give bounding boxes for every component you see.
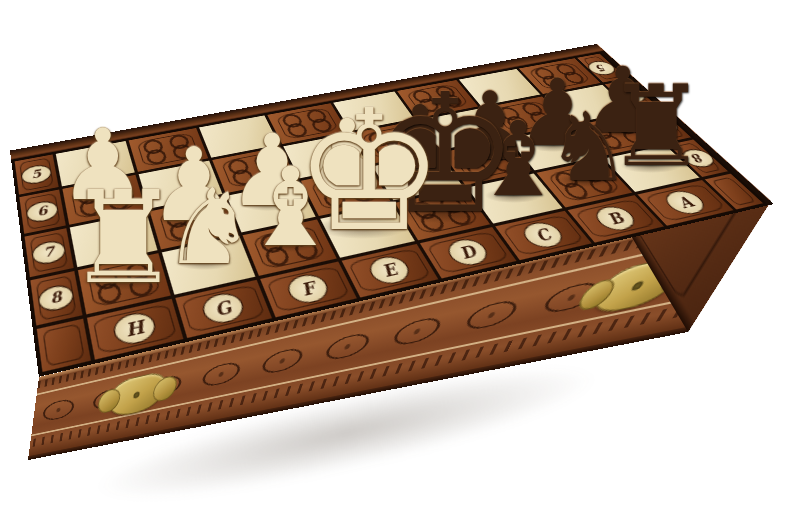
- coordinate-label: 5: [20, 163, 53, 186]
- coordinate-label: 6: [25, 198, 60, 224]
- coordinate-label: E: [364, 253, 414, 287]
- board-corner-cell: [37, 319, 91, 372]
- coordinate-label: 7: [30, 238, 67, 266]
- rank-label-left-5: 5: [15, 154, 59, 194]
- coordinate-label: A: [659, 188, 712, 217]
- coordinate-label: H: [111, 309, 159, 348]
- rank-label-left-6: 6: [19, 190, 65, 234]
- coordinate-label: F: [283, 271, 333, 306]
- rank-label-left-8: 8: [30, 271, 82, 326]
- coordinate-label: 8: [37, 282, 76, 314]
- rank-label-left-7: 7: [25, 228, 74, 277]
- coordinate-label: B: [589, 203, 641, 233]
- coordinate-label: D: [442, 236, 493, 269]
- coordinate-label: G: [199, 290, 248, 327]
- chess-box-photo: 55667788HGFEDCBA ♜♞♝♚♟♟♟♟♚♝♞♜♟♟♟♟: [0, 0, 800, 530]
- coordinate-label: C: [517, 219, 569, 250]
